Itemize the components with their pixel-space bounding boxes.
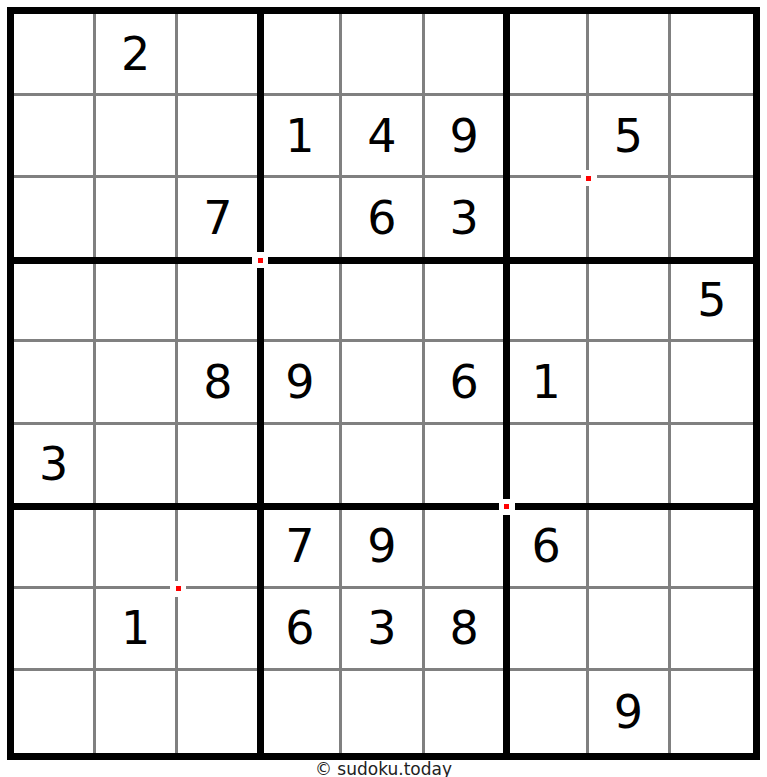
given-digit: 9 (367, 523, 396, 569)
box-divider-vertical-2 (503, 14, 510, 753)
cell-r2c1[interactable] (14, 96, 96, 178)
cell-r9c2[interactable] (96, 671, 178, 753)
cell-r7c8[interactable] (589, 507, 671, 589)
cell-r4c6[interactable] (425, 260, 507, 342)
cell-r5c3[interactable]: 8 (178, 342, 260, 424)
cell-r7c6[interactable] (425, 507, 507, 589)
cell-r2c5[interactable]: 4 (342, 96, 424, 178)
cell-r2c8[interactable]: 5 (589, 96, 671, 178)
cell-r6c2[interactable] (96, 425, 178, 507)
cell-r7c7[interactable]: 6 (507, 507, 589, 589)
cell-r8c3[interactable] (178, 589, 260, 671)
cell-r8c4[interactable]: 6 (260, 589, 342, 671)
cell-r1c2[interactable]: 2 (96, 14, 178, 96)
cell-r8c7[interactable] (507, 589, 589, 671)
intersection-dot-mark (581, 170, 597, 186)
cell-r3c9[interactable] (671, 178, 753, 260)
given-digit: 1 (121, 605, 150, 651)
cell-r5c2[interactable] (96, 342, 178, 424)
cell-r8c5[interactable]: 3 (342, 589, 424, 671)
given-digit: 7 (203, 195, 232, 241)
cell-r3c2[interactable] (96, 178, 178, 260)
cell-r1c9[interactable] (671, 14, 753, 96)
cell-r3c3[interactable]: 7 (178, 178, 260, 260)
cell-r8c6[interactable]: 8 (425, 589, 507, 671)
cell-r4c1[interactable] (14, 260, 96, 342)
cell-r4c7[interactable] (507, 260, 589, 342)
cell-r9c5[interactable] (342, 671, 424, 753)
given-digit: 4 (367, 113, 396, 159)
cell-r7c4[interactable]: 7 (260, 507, 342, 589)
cell-r2c7[interactable] (507, 96, 589, 178)
intersection-dot-mark (170, 581, 186, 597)
given-digit: 9 (614, 689, 643, 735)
box-divider-horizontal-2 (14, 503, 753, 510)
cell-r6c8[interactable] (589, 425, 671, 507)
cell-r5c5[interactable] (342, 342, 424, 424)
given-digit: 5 (614, 113, 643, 159)
cell-r7c1[interactable] (14, 507, 96, 589)
cell-r1c7[interactable] (507, 14, 589, 96)
cell-r9c8[interactable]: 9 (589, 671, 671, 753)
red-dot-icon (586, 176, 591, 181)
cell-r3c8[interactable] (589, 178, 671, 260)
cell-r7c9[interactable] (671, 507, 753, 589)
cell-r9c1[interactable] (14, 671, 96, 753)
cell-r3c4[interactable] (260, 178, 342, 260)
intersection-dot-mark (252, 252, 268, 268)
cell-r3c5[interactable]: 6 (342, 178, 424, 260)
red-dot-icon (258, 258, 263, 263)
cell-r3c7[interactable] (507, 178, 589, 260)
cell-r4c3[interactable] (178, 260, 260, 342)
cell-r4c5[interactable] (342, 260, 424, 342)
cell-r4c9[interactable]: 5 (671, 260, 753, 342)
given-digit: 1 (532, 359, 561, 405)
cell-r6c3[interactable] (178, 425, 260, 507)
cell-r5c6[interactable]: 6 (425, 342, 507, 424)
given-digit: 1 (285, 113, 314, 159)
given-digit: 3 (367, 605, 396, 651)
cell-r1c1[interactable] (14, 14, 96, 96)
cell-r8c8[interactable] (589, 589, 671, 671)
cell-r8c2[interactable]: 1 (96, 589, 178, 671)
cell-r7c2[interactable] (96, 507, 178, 589)
given-digit: 9 (285, 359, 314, 405)
cell-r5c1[interactable] (14, 342, 96, 424)
cell-r9c6[interactable] (425, 671, 507, 753)
cell-r6c6[interactable] (425, 425, 507, 507)
cell-r2c2[interactable] (96, 96, 178, 178)
box-divider-vertical-1 (257, 14, 264, 753)
cell-r1c4[interactable] (260, 14, 342, 96)
cell-r5c4[interactable]: 9 (260, 342, 342, 424)
cell-r9c7[interactable] (507, 671, 589, 753)
red-dot-icon (176, 586, 181, 591)
given-digit: 7 (285, 523, 314, 569)
cell-r2c3[interactable] (178, 96, 260, 178)
cell-r3c1[interactable] (14, 178, 96, 260)
cell-r6c9[interactable] (671, 425, 753, 507)
cell-r2c6[interactable]: 9 (425, 96, 507, 178)
given-digit: 6 (367, 195, 396, 241)
given-digit: 6 (532, 523, 561, 569)
cell-r4c4[interactable] (260, 260, 342, 342)
cell-r9c9[interactable] (671, 671, 753, 753)
cell-r7c5[interactable]: 9 (342, 507, 424, 589)
cell-r8c1[interactable] (14, 589, 96, 671)
credit-watermark: © sudoku.today (0, 759, 767, 777)
cell-r1c3[interactable] (178, 14, 260, 96)
given-digit: 8 (449, 605, 478, 651)
cell-r2c9[interactable] (671, 96, 753, 178)
given-digit: 9 (449, 113, 478, 159)
sudoku-grid: 2149576358961379616389 (14, 14, 753, 753)
sudoku-board: 2149576358961379616389 (7, 7, 760, 760)
given-digit: 3 (39, 441, 68, 487)
cell-r8c9[interactable] (671, 589, 753, 671)
cell-r2c4[interactable]: 1 (260, 96, 342, 178)
cell-r5c9[interactable] (671, 342, 753, 424)
box-divider-horizontal-1 (14, 257, 753, 264)
given-digit: 5 (697, 277, 726, 323)
cell-r1c6[interactable] (425, 14, 507, 96)
cell-r4c8[interactable] (589, 260, 671, 342)
cell-r1c8[interactable] (589, 14, 671, 96)
cell-r9c4[interactable] (260, 671, 342, 753)
cell-r6c7[interactable] (507, 425, 589, 507)
cell-r5c7[interactable]: 1 (507, 342, 589, 424)
intersection-dot-mark (499, 499, 515, 515)
given-digit: 3 (449, 195, 478, 241)
red-dot-icon (504, 504, 509, 509)
cell-r6c4[interactable] (260, 425, 342, 507)
page: { "game": { "type": "sudoku", "rows": 9,… (0, 0, 767, 777)
cell-r6c5[interactable] (342, 425, 424, 507)
cell-r1c5[interactable] (342, 14, 424, 96)
cell-r4c2[interactable] (96, 260, 178, 342)
given-digit: 6 (285, 605, 314, 651)
cell-r5c8[interactable] (589, 342, 671, 424)
cell-r3c6[interactable]: 3 (425, 178, 507, 260)
given-digit: 2 (121, 31, 150, 77)
cell-r7c3[interactable] (178, 507, 260, 589)
cell-r9c3[interactable] (178, 671, 260, 753)
given-digit: 8 (203, 359, 232, 405)
given-digit: 6 (449, 359, 478, 405)
cell-r6c1[interactable]: 3 (14, 425, 96, 507)
